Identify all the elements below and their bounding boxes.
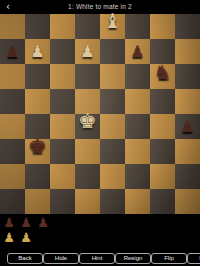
square-h3[interactable] xyxy=(175,139,200,164)
square-h4[interactable]: ♟ xyxy=(175,114,200,139)
square-d4[interactable]: ♚ xyxy=(75,114,100,139)
square-c2[interactable] xyxy=(50,164,75,189)
square-a4[interactable] xyxy=(0,114,25,139)
app-window: ‹ 1: White to mate in 2 ♝♟♟♟♟♞♚♟♚ ♟♟♟ ♟♟… xyxy=(0,0,200,266)
square-f2[interactable] xyxy=(125,164,150,189)
square-c3[interactable] xyxy=(50,139,75,164)
button-back[interactable]: Back xyxy=(7,253,43,264)
square-b2[interactable] xyxy=(25,164,50,189)
square-c6[interactable] xyxy=(50,64,75,89)
square-f1[interactable] xyxy=(125,189,150,214)
button-hint[interactable]: Hint xyxy=(79,253,115,264)
square-e1[interactable] xyxy=(100,189,125,214)
square-f7[interactable]: ♟ xyxy=(125,39,150,64)
square-e4[interactable] xyxy=(100,114,125,139)
square-b7[interactable]: ♟ xyxy=(25,39,50,64)
piece-white-bishop-e8[interactable]: ♝ xyxy=(100,9,125,34)
square-g4[interactable] xyxy=(150,114,175,139)
square-b6[interactable] xyxy=(25,64,50,89)
square-f4[interactable] xyxy=(125,114,150,139)
square-d3[interactable] xyxy=(75,139,100,164)
piece-black-pawn-a7[interactable]: ♟ xyxy=(0,39,25,64)
square-b1[interactable] xyxy=(25,189,50,214)
piece-black-king-b3[interactable]: ♚ xyxy=(25,134,50,159)
square-g1[interactable] xyxy=(150,189,175,214)
toolbar: BackHideHintResignFlipLast xyxy=(0,253,200,264)
square-h8[interactable] xyxy=(175,14,200,39)
square-h1[interactable] xyxy=(175,189,200,214)
square-d2[interactable] xyxy=(75,164,100,189)
square-a1[interactable] xyxy=(0,189,25,214)
captured-black-pawn-2: ♟ xyxy=(20,215,32,230)
square-h5[interactable] xyxy=(175,89,200,114)
captured-black-pawn-1: ♟ xyxy=(3,215,15,230)
square-c5[interactable] xyxy=(50,89,75,114)
square-g2[interactable] xyxy=(150,164,175,189)
square-h6[interactable] xyxy=(175,64,200,89)
square-f6[interactable] xyxy=(125,64,150,89)
square-d7[interactable]: ♟ xyxy=(75,39,100,64)
square-a2[interactable] xyxy=(0,164,25,189)
square-e8[interactable]: ♝ xyxy=(100,14,125,39)
square-e7[interactable] xyxy=(100,39,125,64)
button-flip[interactable]: Flip xyxy=(151,253,187,264)
button-hide[interactable]: Hide xyxy=(43,253,79,264)
square-b3[interactable]: ♚ xyxy=(25,139,50,164)
captured-white-row: ♟♟ xyxy=(3,229,197,244)
square-a3[interactable] xyxy=(0,139,25,164)
square-b5[interactable] xyxy=(25,89,50,114)
square-e2[interactable] xyxy=(100,164,125,189)
piece-black-pawn-f7[interactable]: ♟ xyxy=(125,39,150,64)
square-c8[interactable] xyxy=(50,14,75,39)
square-f8[interactable] xyxy=(125,14,150,39)
square-c7[interactable] xyxy=(50,39,75,64)
back-chevron-icon[interactable]: ‹ xyxy=(6,0,10,13)
square-h2[interactable] xyxy=(175,164,200,189)
square-a6[interactable] xyxy=(0,64,25,89)
square-e6[interactable] xyxy=(100,64,125,89)
square-d8[interactable] xyxy=(75,14,100,39)
piece-white-pawn-b7[interactable]: ♟ xyxy=(25,39,50,64)
piece-black-pawn-h4[interactable]: ♟ xyxy=(175,114,200,139)
square-a5[interactable] xyxy=(0,89,25,114)
square-a7[interactable]: ♟ xyxy=(0,39,25,64)
square-d6[interactable] xyxy=(75,64,100,89)
square-b8[interactable] xyxy=(25,14,50,39)
square-d1[interactable] xyxy=(75,189,100,214)
chess-board: ♝♟♟♟♟♞♚♟♚ xyxy=(0,14,200,214)
piece-white-king-d4[interactable]: ♚ xyxy=(75,109,100,134)
captured-black-pawn-3: ♟ xyxy=(37,215,49,230)
button-last[interactable]: Last xyxy=(187,253,200,264)
square-e3[interactable] xyxy=(100,139,125,164)
square-f3[interactable] xyxy=(125,139,150,164)
button-resign[interactable]: Resign xyxy=(115,253,151,264)
piece-white-pawn-d7[interactable]: ♟ xyxy=(75,39,100,64)
square-g6[interactable]: ♞ xyxy=(150,64,175,89)
square-g8[interactable] xyxy=(150,14,175,39)
captured-pieces-tray: ♟♟♟ ♟♟ xyxy=(3,214,197,252)
square-c4[interactable] xyxy=(50,114,75,139)
square-a8[interactable] xyxy=(0,14,25,39)
square-h7[interactable] xyxy=(175,39,200,64)
square-f5[interactable] xyxy=(125,89,150,114)
captured-white-pawn-2: ♟ xyxy=(20,230,32,245)
captured-black-row: ♟♟♟ xyxy=(3,214,197,229)
square-g3[interactable] xyxy=(150,139,175,164)
piece-black-knight-g6[interactable]: ♞ xyxy=(150,60,175,85)
square-g5[interactable] xyxy=(150,89,175,114)
captured-white-pawn-1: ♟ xyxy=(3,230,15,245)
square-c1[interactable] xyxy=(50,189,75,214)
square-e5[interactable] xyxy=(100,89,125,114)
